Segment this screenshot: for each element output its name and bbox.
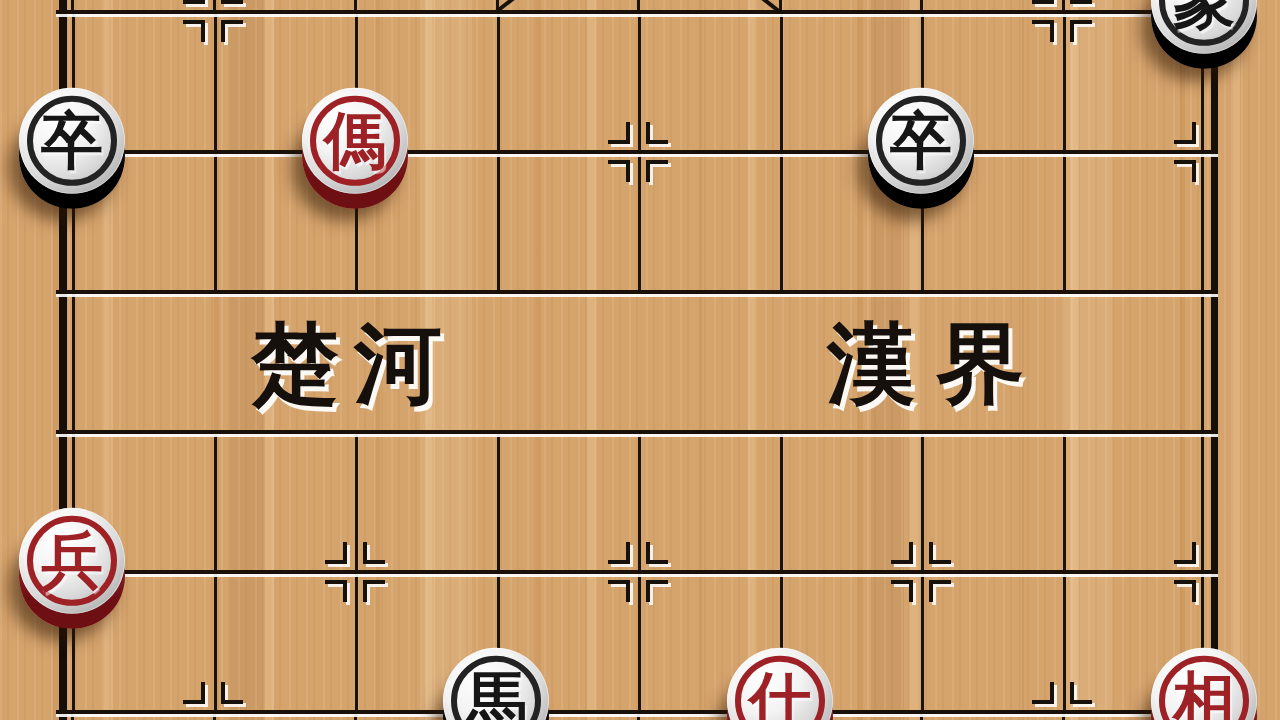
piece-glyph: 象: [1151, 0, 1257, 54]
piece-glyph: 仕: [727, 648, 833, 720]
xiangqi-board[interactable]: [72, 12, 1204, 712]
rank-line: [56, 10, 1218, 18]
piece-red-advisor-file5[interactable]: 仕: [727, 648, 833, 720]
board-right-border: [1211, 0, 1218, 720]
river-label-char: 漢: [827, 320, 915, 408]
piece-black-soldier-file6[interactable]: 卒: [868, 88, 974, 209]
piece-glyph: 馬: [443, 648, 549, 720]
river-band: [72, 292, 1204, 432]
piece-black-elephant-file8[interactable]: 象: [1151, 0, 1257, 69]
xiangqi-board-view: 楚 河 漢 界 卒 傌 卒 象 兵 馬 仕 相: [0, 0, 1280, 720]
rank-line: [56, 570, 1218, 578]
piece-red-elephant-file8[interactable]: 相: [1151, 648, 1257, 720]
rank-line: [56, 150, 1218, 158]
piece-red-horse-file2[interactable]: 傌: [302, 88, 408, 209]
piece-red-soldier-file0[interactable]: 兵: [19, 508, 125, 629]
piece-black-soldier-file0[interactable]: 卒: [19, 88, 125, 209]
piece-glyph: 相: [1151, 648, 1257, 720]
piece-glyph: 傌: [302, 88, 408, 194]
rank-line: [56, 710, 1218, 718]
river-label-char: 楚: [251, 320, 339, 408]
piece-glyph: 卒: [868, 88, 974, 194]
river-label-char: 界: [936, 320, 1024, 408]
piece-black-horse-file3[interactable]: 馬: [443, 648, 549, 720]
rank-line-river-bottom: [56, 430, 1218, 438]
river-label-char: 河: [354, 320, 442, 408]
piece-glyph: 兵: [19, 508, 125, 614]
piece-glyph: 卒: [19, 88, 125, 194]
rank-line-river-top: [56, 290, 1218, 298]
